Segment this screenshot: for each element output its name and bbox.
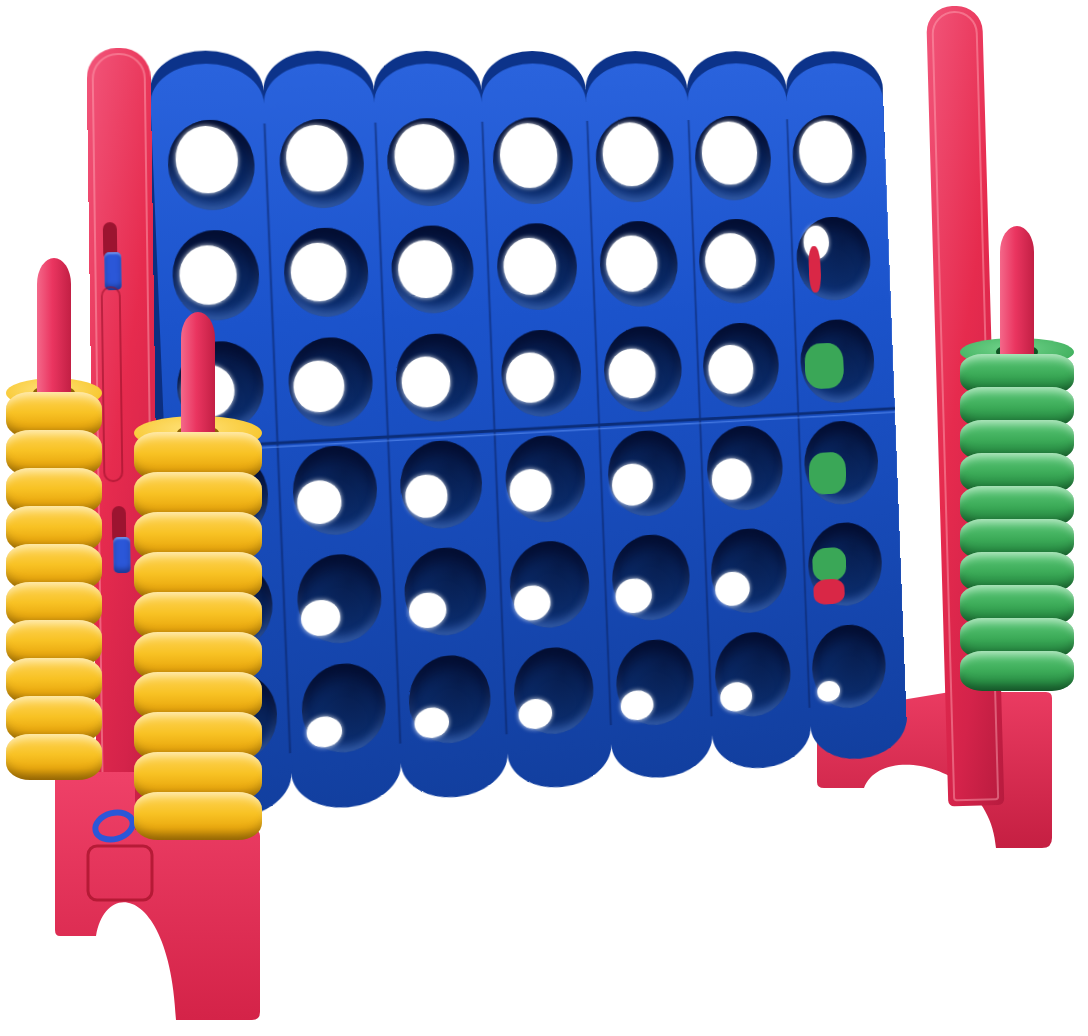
- board-hole: [408, 652, 493, 746]
- board-hole: [598, 221, 679, 309]
- board-cell-r2c6: [686, 209, 788, 315]
- yellow-disc: [6, 392, 102, 438]
- yellow-disc: [6, 468, 102, 514]
- board-hole: [694, 116, 773, 201]
- hole-see-through: [306, 715, 343, 748]
- board-hole: [282, 227, 370, 318]
- board-cell-r1c6: [682, 106, 784, 211]
- board-cell-r2c1: [157, 219, 273, 333]
- board-cell-r3c3: [382, 322, 492, 434]
- board-cell-r5c5: [599, 523, 703, 634]
- board-hole: [491, 117, 574, 205]
- hole-see-through: [518, 698, 553, 730]
- board-cell-r3c2: [274, 325, 387, 438]
- board-cell-r4c7: [792, 410, 891, 517]
- hole-see-through: [186, 485, 233, 531]
- hole-see-through: [615, 578, 652, 615]
- board-hole: [811, 622, 887, 711]
- hole-see-through: [178, 245, 238, 306]
- board-cell-r2c7: [784, 207, 883, 312]
- hole-see-through: [705, 233, 757, 290]
- hole-see-through: [285, 125, 348, 192]
- hole-see-through: [509, 468, 552, 512]
- board-cell-r6c2: [287, 650, 399, 767]
- hole-see-through: [608, 348, 656, 399]
- hole-see-through: [400, 356, 451, 409]
- board-cell-r3c6: [690, 312, 791, 419]
- top-disc-face: [6, 378, 102, 408]
- board-hole: [610, 533, 691, 623]
- hole-see-through: [394, 124, 456, 190]
- hole-see-through: [711, 458, 752, 501]
- board-cell-r6c7: [800, 612, 898, 721]
- board-cell-r1c4: [479, 108, 586, 216]
- board-cell-r5c1: [171, 548, 287, 666]
- board-cell-r6c6: [702, 619, 803, 730]
- board-hole: [277, 119, 365, 209]
- board-hole: [799, 318, 876, 404]
- board-hole: [602, 325, 683, 413]
- board-cell-r3c4: [488, 318, 595, 428]
- board-hole: [286, 336, 373, 428]
- board-hole: [594, 117, 675, 204]
- board-hole: [698, 219, 777, 305]
- board-hole: [189, 669, 279, 766]
- board-hole: [386, 118, 471, 207]
- hole-see-through: [812, 546, 847, 582]
- hole-see-through: [292, 360, 345, 414]
- board-hole: [710, 527, 788, 616]
- board-cell-r1c1: [153, 110, 269, 222]
- hole-see-through: [300, 599, 340, 637]
- board-cell-r2c3: [378, 215, 488, 325]
- board-cell-r1c2: [265, 109, 378, 220]
- yellow-disc: [6, 658, 102, 704]
- hole-see-through: [707, 344, 754, 395]
- hole-see-through: [181, 364, 235, 418]
- hole-see-through: [505, 352, 555, 404]
- hole-see-through: [798, 121, 853, 183]
- board-hole: [807, 521, 883, 609]
- board-cell-r6c1: [176, 658, 292, 777]
- board-cell-r6c3: [395, 642, 504, 758]
- board-cell-r3c7: [788, 308, 887, 414]
- yellow-disc: [6, 582, 102, 628]
- hole-see-through: [817, 680, 840, 702]
- board-cell-r5c7: [796, 511, 895, 619]
- board-cell-r1c5: [582, 107, 686, 213]
- yellow-disc: [6, 544, 102, 590]
- right-frame-post: [926, 5, 1004, 806]
- hole-see-through: [397, 240, 453, 299]
- board-cell-r4c6: [694, 414, 795, 522]
- hole-see-through: [502, 237, 557, 296]
- board-cell-r6c4: [500, 634, 607, 748]
- storage-rod: [1000, 226, 1034, 364]
- left-frame-post: [86, 48, 161, 857]
- hole-see-through: [174, 126, 239, 194]
- board-cell-r1c3: [373, 108, 483, 217]
- board-hole: [606, 429, 687, 518]
- board-cell-r4c4: [492, 424, 599, 535]
- board-grid: [153, 106, 898, 777]
- connect-four-board: [136, 46, 908, 843]
- board-hole: [175, 340, 265, 434]
- board-cell-r4c3: [386, 429, 496, 542]
- board-hole: [496, 223, 579, 312]
- board-hole: [706, 424, 785, 512]
- board-hole: [803, 420, 880, 507]
- board-cell-r2c5: [586, 211, 690, 318]
- hole-see-through: [701, 122, 758, 185]
- board-cell-r4c5: [594, 419, 698, 529]
- board-cell-r4c2: [278, 434, 391, 549]
- board-cell-r3c5: [590, 315, 694, 424]
- board-hole: [171, 230, 261, 323]
- board-hole: [399, 439, 484, 531]
- hole-see-through: [611, 463, 653, 506]
- board-hole: [702, 322, 781, 409]
- hole-see-through: [715, 571, 751, 607]
- hole-see-through: [296, 480, 341, 525]
- storage-rod: [37, 258, 71, 395]
- yellow-disc-stack-left-outer: [6, 258, 102, 788]
- hole-see-through: [408, 592, 447, 630]
- board-hole: [180, 450, 270, 545]
- board-hole: [791, 115, 868, 199]
- giant-connect-four-photo: [0, 0, 1088, 1036]
- board-cell-r6c5: [603, 626, 707, 738]
- board-hole: [512, 644, 595, 737]
- board-cell-r5c4: [496, 529, 603, 642]
- board-cell-r2c4: [483, 213, 590, 322]
- board-hole: [166, 120, 256, 211]
- yellow-disc: [6, 430, 102, 476]
- board-cell-r5c3: [391, 535, 501, 649]
- hole-see-through: [601, 123, 659, 187]
- yellow-disc: [6, 620, 102, 666]
- hole-see-through: [414, 706, 450, 739]
- board-hole: [403, 546, 488, 639]
- blue-clip: [104, 252, 122, 290]
- hole-see-through: [808, 451, 846, 495]
- board-cell-r4c1: [167, 439, 283, 555]
- board-hole: [614, 637, 694, 728]
- board-hole: [714, 629, 792, 719]
- hole-see-through: [190, 607, 231, 646]
- board-cell-r5c2: [282, 542, 395, 658]
- hole-see-through: [513, 585, 551, 622]
- board-hole: [395, 332, 480, 423]
- board-hole: [300, 660, 387, 755]
- hole-see-through: [289, 242, 347, 302]
- board-hole: [795, 217, 872, 302]
- hole-see-through: [620, 689, 654, 721]
- disc-column: [6, 392, 102, 780]
- hole-see-through: [720, 681, 753, 712]
- hole-see-through: [195, 724, 233, 758]
- blue-clip: [113, 537, 131, 573]
- yellow-disc: [6, 696, 102, 742]
- board-hole: [184, 559, 274, 655]
- board-cell-r1c7: [780, 106, 879, 209]
- board-hole: [390, 225, 475, 315]
- hole-see-through: [803, 226, 829, 260]
- yellow-disc: [6, 506, 102, 552]
- board-hole: [504, 434, 587, 525]
- hole-see-through: [804, 343, 844, 390]
- board-cell-r3c1: [162, 329, 278, 444]
- board-hole: [500, 329, 583, 419]
- board-cell-r2c2: [269, 217, 382, 329]
- hole-see-through: [605, 235, 658, 293]
- hole-see-through: [499, 123, 559, 188]
- board-hole: [291, 444, 378, 537]
- board-hole: [295, 552, 382, 646]
- board-cell-r5c6: [698, 517, 799, 627]
- board-hole: [508, 539, 591, 631]
- hole-see-through: [404, 474, 448, 518]
- post-groove: [101, 286, 124, 482]
- yellow-disc: [6, 734, 102, 780]
